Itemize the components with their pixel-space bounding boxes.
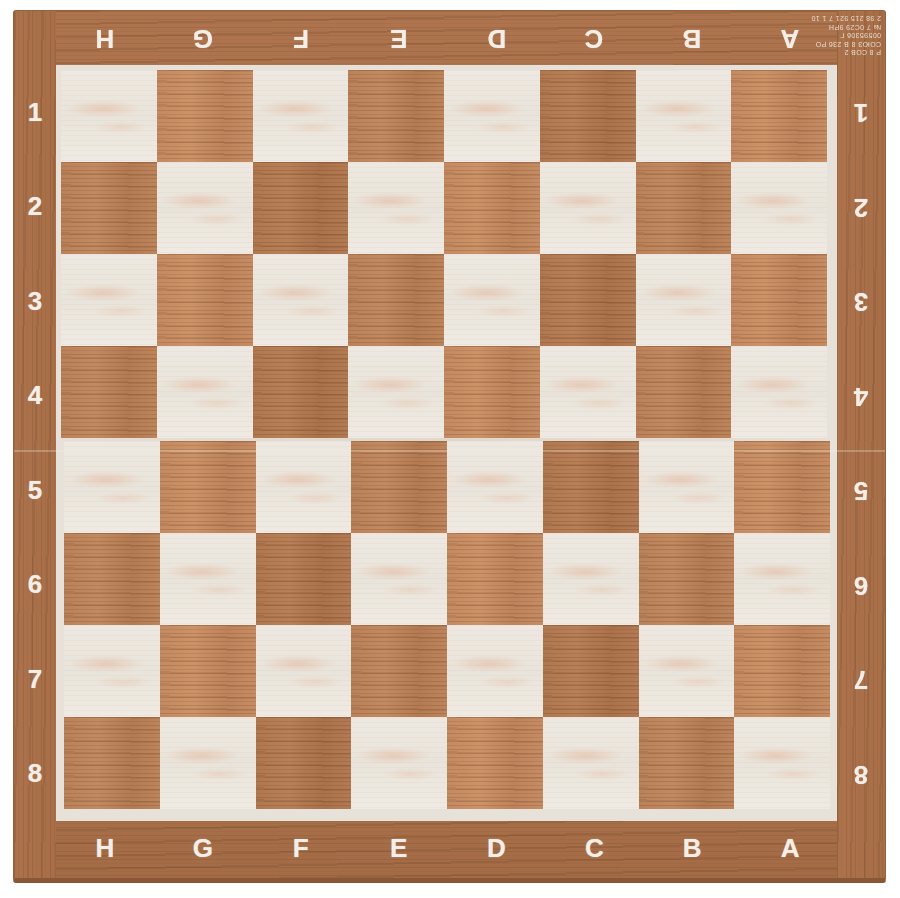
square-e3[interactable] [348,254,444,346]
stamp-line: 00595306 Г [763,31,881,39]
rank-labels-left: 12345678 [14,65,56,821]
square-e8[interactable] [351,717,447,809]
square-b6[interactable] [639,533,735,625]
square-g1[interactable] [157,70,253,162]
square-h5[interactable] [64,441,160,533]
square-b4[interactable] [636,346,732,438]
square-h3[interactable] [61,254,157,346]
rank-label-5: 5 [14,443,56,538]
file-label-h: H [56,828,154,868]
square-b3[interactable] [636,254,732,346]
square-d8[interactable] [447,717,543,809]
product-photo: HGFEDCBA HGFEDCBA 12345678 12345678 Р 8 … [0,0,900,898]
board-grid [56,65,837,821]
square-h8[interactable] [64,717,160,809]
file-labels-top: HGFEDCBA [56,19,839,59]
square-d1[interactable] [444,70,540,162]
square-a3[interactable] [731,254,827,346]
square-h7[interactable] [64,625,160,717]
square-d2[interactable] [444,162,540,254]
file-label-b: B [643,828,741,868]
file-label-f: F [252,19,350,59]
file-label-g: G [154,828,252,868]
square-c3[interactable] [540,254,636,346]
square-c4[interactable] [540,346,636,438]
file-label-c: C [545,828,643,868]
square-f5[interactable] [256,441,352,533]
fold-seam-overlay [14,450,885,452]
square-a6[interactable] [734,533,830,625]
chessboard: HGFEDCBA HGFEDCBA 12345678 12345678 Р 8 … [13,10,886,883]
square-d7[interactable] [447,625,543,717]
file-label-d: D [448,19,546,59]
square-b7[interactable] [639,625,735,717]
rank-label-4: 4 [14,349,56,444]
square-c8[interactable] [543,717,639,809]
stamp-line: 2 98 215 921 7 1 10 [763,14,881,22]
rank-label-1: 1 [837,65,885,160]
square-g6[interactable] [160,533,256,625]
square-h2[interactable] [61,162,157,254]
square-d4[interactable] [444,346,540,438]
rank-label-4: 4 [837,349,885,444]
square-f8[interactable] [256,717,352,809]
square-g4[interactable] [157,346,253,438]
square-g7[interactable] [160,625,256,717]
file-label-c: C [545,19,643,59]
square-e1[interactable] [348,70,444,162]
square-c5[interactable] [543,441,639,533]
square-e5[interactable] [351,441,447,533]
square-f7[interactable] [256,625,352,717]
rank-label-3: 3 [14,254,56,349]
square-h4[interactable] [61,346,157,438]
file-label-d: D [448,828,546,868]
square-a5[interactable] [734,441,830,533]
manufacturer-stamp: Р 8 СОВ 2СОЮЗ 8 В 236 РО00595306 Г№ 7 0С… [763,14,881,56]
square-h6[interactable] [64,533,160,625]
rank-label-8: 8 [14,727,56,822]
file-label-a: A [741,828,839,868]
square-e7[interactable] [351,625,447,717]
square-f3[interactable] [253,254,349,346]
rank-label-2: 2 [14,160,56,255]
square-a1[interactable] [731,70,827,162]
file-labels-bottom: HGFEDCBA [56,828,839,868]
square-g8[interactable] [160,717,256,809]
square-f2[interactable] [253,162,349,254]
file-label-f: F [252,828,350,868]
board-lower-half [64,441,830,809]
file-label-h: H [56,19,154,59]
file-label-e: E [350,828,448,868]
square-f6[interactable] [256,533,352,625]
square-e4[interactable] [348,346,444,438]
rank-labels-right: 12345678 [837,65,885,821]
square-a7[interactable] [734,625,830,717]
square-d6[interactable] [447,533,543,625]
file-label-e: E [350,19,448,59]
square-g3[interactable] [157,254,253,346]
rank-label-7: 7 [14,632,56,727]
square-b5[interactable] [639,441,735,533]
square-f1[interactable] [253,70,349,162]
stamp-line: № 7 0С29 9РН [763,22,881,30]
rank-label-5: 5 [837,443,885,538]
square-a8[interactable] [734,717,830,809]
rank-label-6: 6 [14,538,56,633]
stamp-line: СОЮЗ 8 В 236 РО [763,39,881,47]
square-c6[interactable] [543,533,639,625]
square-g2[interactable] [157,162,253,254]
square-b2[interactable] [636,162,732,254]
board-upper-half [61,70,827,438]
square-c1[interactable] [540,70,636,162]
square-h1[interactable] [61,70,157,162]
square-b8[interactable] [639,717,735,809]
rank-label-7: 7 [837,632,885,727]
rank-label-2: 2 [837,160,885,255]
rank-label-3: 3 [837,254,885,349]
square-a2[interactable] [731,162,827,254]
square-c2[interactable] [540,162,636,254]
file-label-b: B [643,19,741,59]
square-f4[interactable] [253,346,349,438]
square-c7[interactable] [543,625,639,717]
rank-label-1: 1 [14,65,56,160]
rank-label-8: 8 [837,727,885,822]
stamp-line: Р 8 СОВ 2 [763,48,881,56]
square-e2[interactable] [348,162,444,254]
square-d3[interactable] [444,254,540,346]
square-g5[interactable] [160,441,256,533]
square-e6[interactable] [351,533,447,625]
rank-label-6: 6 [837,538,885,633]
square-a4[interactable] [731,346,827,438]
file-label-g: G [154,19,252,59]
square-d5[interactable] [447,441,543,533]
square-b1[interactable] [636,70,732,162]
